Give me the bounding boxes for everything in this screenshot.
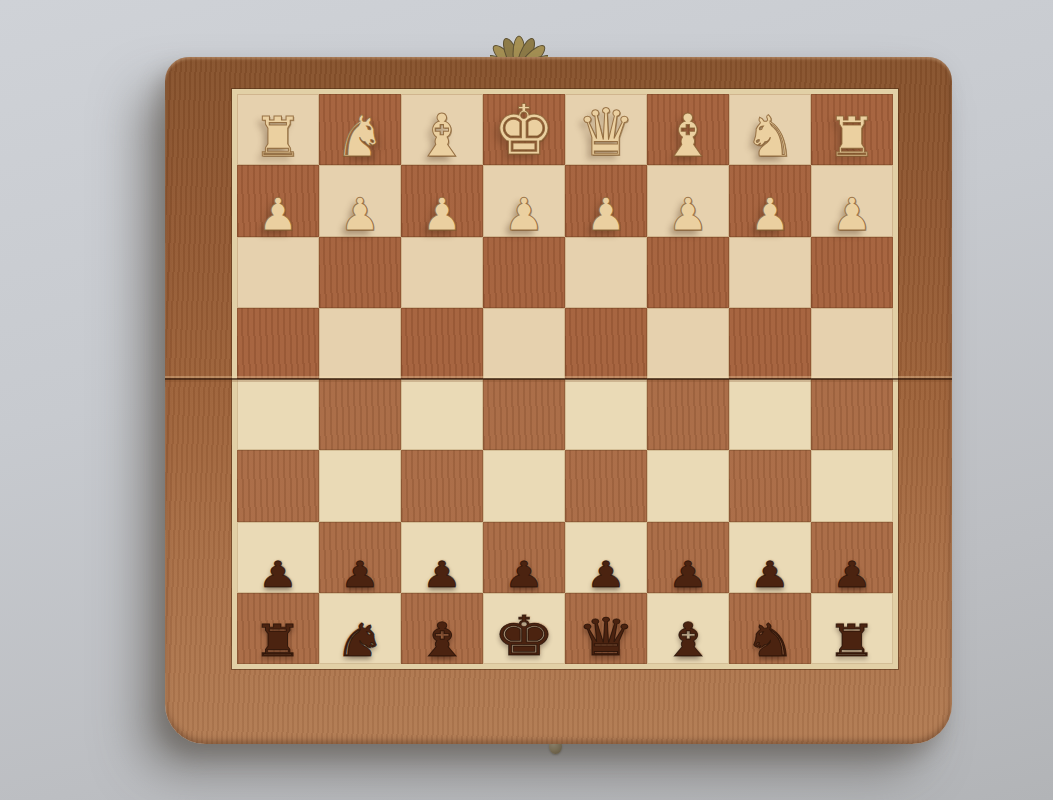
square-d4[interactable]	[565, 308, 647, 379]
square-g7[interactable]: ♟	[319, 522, 401, 593]
square-e6[interactable]	[483, 450, 565, 521]
square-d8[interactable]: ♛	[565, 593, 647, 664]
piece-black-pawn[interactable]: ♟	[729, 556, 811, 592]
piece-black-bishop[interactable]: ♝	[401, 616, 483, 663]
piece-white-pawn[interactable]: ♟	[729, 192, 811, 237]
square-f3[interactable]	[401, 237, 483, 308]
square-a8[interactable]: ♜	[811, 593, 893, 664]
square-g4[interactable]	[319, 308, 401, 379]
square-c4[interactable]	[647, 308, 729, 379]
square-a5[interactable]	[811, 379, 893, 450]
square-c5[interactable]	[647, 379, 729, 450]
square-h4[interactable]	[237, 308, 319, 379]
piece-black-pawn[interactable]: ♟	[401, 556, 483, 592]
square-d6[interactable]	[565, 450, 647, 521]
square-e4[interactable]	[483, 308, 565, 379]
piece-white-pawn[interactable]: ♟	[319, 192, 401, 237]
piece-white-pawn[interactable]: ♟	[483, 192, 565, 237]
square-e8[interactable]: ♚	[483, 593, 565, 664]
piece-black-king[interactable]: ♚	[483, 608, 565, 663]
square-c8[interactable]: ♝	[647, 593, 729, 664]
piece-white-king[interactable]: ♚	[483, 96, 565, 165]
piece-black-pawn[interactable]: ♟	[483, 556, 565, 592]
piece-black-knight[interactable]: ♞	[319, 618, 401, 664]
piece-black-pawn[interactable]: ♟	[647, 556, 729, 592]
piece-white-pawn[interactable]: ♟	[237, 192, 319, 237]
piece-white-pawn[interactable]: ♟	[401, 192, 483, 237]
square-h5[interactable]	[237, 379, 319, 450]
piece-white-rook[interactable]: ♜	[237, 110, 319, 165]
square-f7[interactable]: ♟	[401, 522, 483, 593]
chess-board: ♜♞♝♚♛♝♞♜♟♟♟♟♟♟♟♟♟♟♟♟♟♟♟♟♜♞♝♚♛♝♞♜	[165, 57, 952, 744]
square-a6[interactable]	[811, 450, 893, 521]
square-b5[interactable]	[729, 379, 811, 450]
square-d3[interactable]	[565, 237, 647, 308]
square-g1[interactable]: ♞	[319, 94, 401, 165]
square-d2[interactable]: ♟	[565, 165, 647, 236]
square-d1[interactable]: ♛	[565, 94, 647, 165]
square-e1[interactable]: ♚	[483, 94, 565, 165]
square-e3[interactable]	[483, 237, 565, 308]
piece-black-pawn[interactable]: ♟	[237, 556, 319, 592]
square-c3[interactable]	[647, 237, 729, 308]
square-c6[interactable]	[647, 450, 729, 521]
piece-white-knight[interactable]: ♞	[319, 108, 401, 165]
square-b8[interactable]: ♞	[729, 593, 811, 664]
square-h6[interactable]	[237, 450, 319, 521]
square-a1[interactable]: ♜	[811, 94, 893, 165]
square-h3[interactable]	[237, 237, 319, 308]
square-a3[interactable]	[811, 237, 893, 308]
piece-white-pawn[interactable]: ♟	[647, 192, 729, 237]
playing-area: ♜♞♝♚♛♝♞♜♟♟♟♟♟♟♟♟♟♟♟♟♟♟♟♟♜♞♝♚♛♝♞♜	[232, 89, 898, 669]
piece-black-rook[interactable]: ♜	[237, 619, 319, 663]
square-a4[interactable]	[811, 308, 893, 379]
square-f2[interactable]: ♟	[401, 165, 483, 236]
square-e7[interactable]: ♟	[483, 522, 565, 593]
piece-white-queen[interactable]: ♛	[565, 100, 647, 165]
piece-black-pawn[interactable]: ♟	[319, 556, 401, 592]
square-b2[interactable]: ♟	[729, 165, 811, 236]
square-a2[interactable]: ♟	[811, 165, 893, 236]
piece-white-bishop[interactable]: ♝	[647, 106, 729, 165]
square-a7[interactable]: ♟	[811, 522, 893, 593]
piece-black-rook[interactable]: ♜	[811, 619, 893, 663]
piece-black-knight[interactable]: ♞	[729, 618, 811, 664]
square-f1[interactable]: ♝	[401, 94, 483, 165]
square-e2[interactable]: ♟	[483, 165, 565, 236]
piece-white-bishop[interactable]: ♝	[401, 106, 483, 165]
photo-background: ♜♞♝♚♛♝♞♜♟♟♟♟♟♟♟♟♟♟♟♟♟♟♟♟♜♞♝♚♛♝♞♜	[0, 0, 1053, 800]
square-f5[interactable]	[401, 379, 483, 450]
square-e5[interactable]	[483, 379, 565, 450]
square-g8[interactable]: ♞	[319, 593, 401, 664]
piece-black-bishop[interactable]: ♝	[647, 616, 729, 663]
square-c2[interactable]: ♟	[647, 165, 729, 236]
square-g3[interactable]	[319, 237, 401, 308]
piece-white-knight[interactable]: ♞	[729, 108, 811, 165]
square-c1[interactable]: ♝	[647, 94, 729, 165]
square-d7[interactable]: ♟	[565, 522, 647, 593]
piece-black-pawn[interactable]: ♟	[565, 556, 647, 592]
square-g2[interactable]: ♟	[319, 165, 401, 236]
square-h1[interactable]: ♜	[237, 94, 319, 165]
square-f4[interactable]	[401, 308, 483, 379]
square-c7[interactable]: ♟	[647, 522, 729, 593]
square-d5[interactable]	[565, 379, 647, 450]
square-g5[interactable]	[319, 379, 401, 450]
square-h7[interactable]: ♟	[237, 522, 319, 593]
square-g6[interactable]	[319, 450, 401, 521]
square-b6[interactable]	[729, 450, 811, 521]
square-b4[interactable]	[729, 308, 811, 379]
piece-black-queen[interactable]: ♛	[565, 611, 647, 663]
square-f6[interactable]	[401, 450, 483, 521]
piece-white-pawn[interactable]: ♟	[565, 192, 647, 237]
square-h2[interactable]: ♟	[237, 165, 319, 236]
piece-black-pawn[interactable]: ♟	[811, 556, 893, 592]
square-b7[interactable]: ♟	[729, 522, 811, 593]
square-b1[interactable]: ♞	[729, 94, 811, 165]
piece-white-rook[interactable]: ♜	[811, 110, 893, 165]
piece-white-pawn[interactable]: ♟	[811, 192, 893, 237]
square-h8[interactable]: ♜	[237, 593, 319, 664]
square-f8[interactable]: ♝	[401, 593, 483, 664]
square-b3[interactable]	[729, 237, 811, 308]
